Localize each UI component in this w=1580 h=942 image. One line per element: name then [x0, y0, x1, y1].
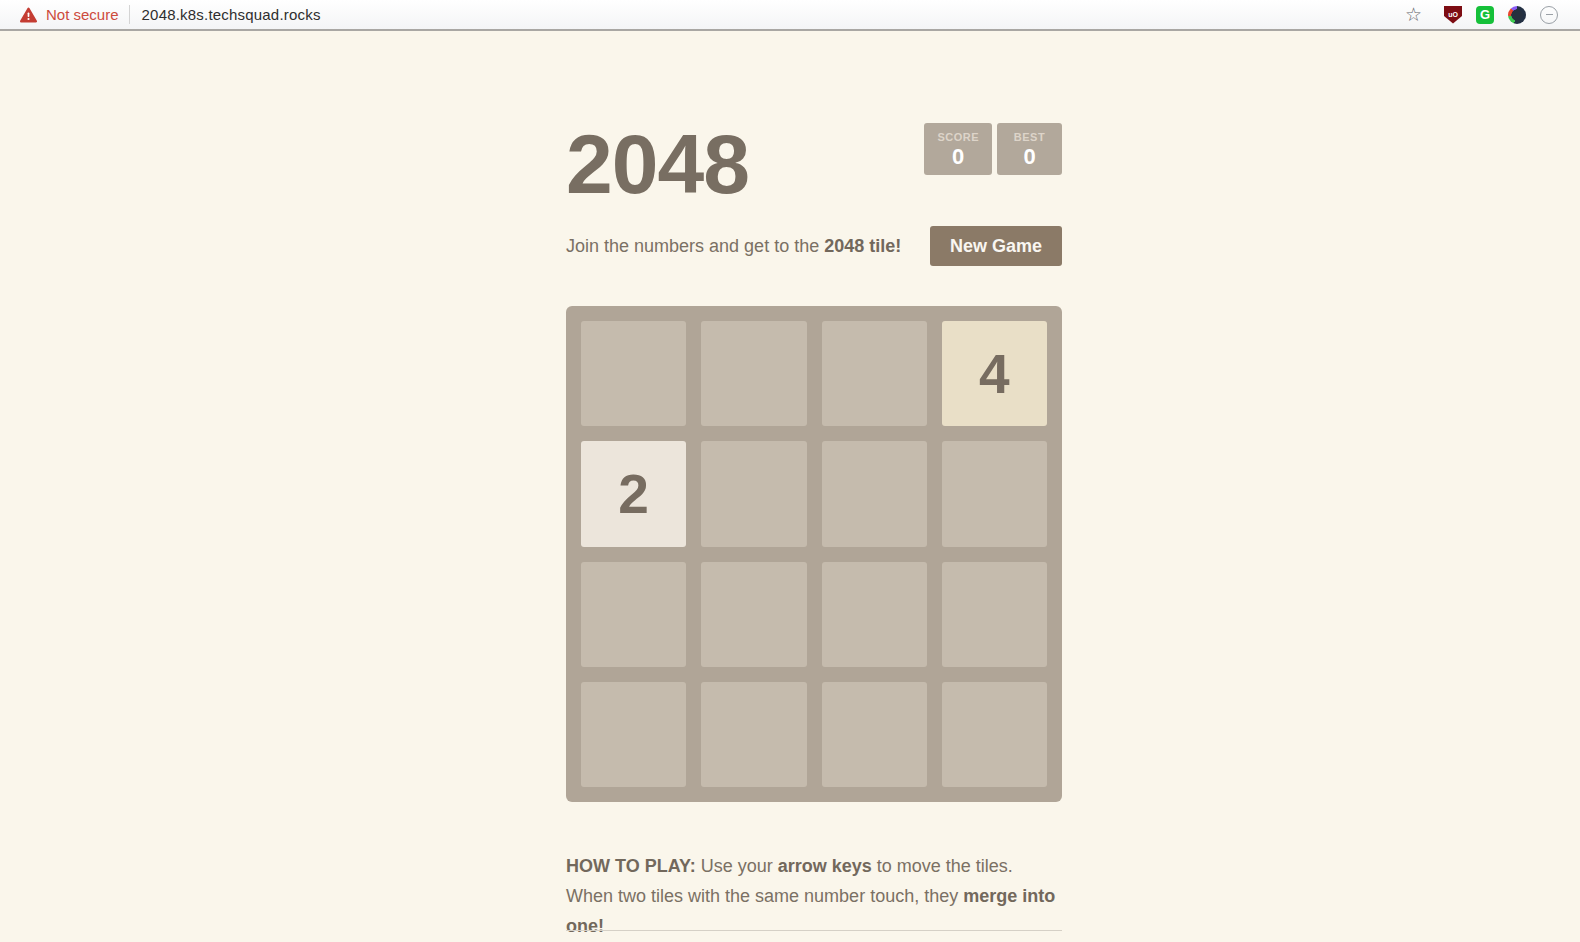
- best-box: BEST 0: [997, 123, 1062, 175]
- subtitle-text: Join the numbers and get to the: [566, 236, 824, 256]
- board-cell-r3c0: [581, 682, 686, 787]
- howto-seg-1: Use your: [696, 856, 778, 876]
- tile-2: 2: [581, 441, 686, 546]
- board-cell-r1c3: [942, 441, 1047, 546]
- page-background: 2048 SCORE 0 BEST 0 Join the numbers and…: [0, 33, 1580, 942]
- board-grid: 42: [566, 306, 1062, 802]
- new-game-button[interactable]: New Game: [930, 226, 1062, 266]
- board-cell-r2c1: [701, 562, 806, 667]
- omnibox-separator: [129, 5, 130, 24]
- board-cell-r1c1: [701, 441, 806, 546]
- url-text[interactable]: 2048.k8s.techsquad.rocks: [142, 6, 321, 23]
- board-cell-r1c2: [822, 441, 927, 546]
- grammarly-extension-icon[interactable]: G: [1476, 6, 1494, 24]
- warning-triangle-icon: [20, 7, 37, 23]
- toolbar-icons: ☆ uO G: [1405, 6, 1580, 24]
- board-cell-r0c0: [581, 321, 686, 426]
- not-secure-label[interactable]: Not secure: [46, 6, 119, 23]
- scores-container: SCORE 0 BEST 0: [924, 123, 1062, 205]
- subtitle-bold: 2048 tile!: [824, 236, 901, 256]
- page-title: 2048: [566, 123, 749, 205]
- browser-address-bar[interactable]: Not secure 2048.k8s.techsquad.rocks ☆ uO…: [0, 0, 1580, 31]
- best-value: 0: [1010, 144, 1049, 170]
- board-cell-r3c2: [822, 682, 927, 787]
- howto-bold-2: arrow keys: [778, 856, 872, 876]
- howto-bold-1: HOW TO PLAY:: [566, 856, 696, 876]
- gauge-extension-icon[interactable]: [1508, 6, 1526, 24]
- board-cell-r0c1: [701, 321, 806, 426]
- best-label: BEST: [1010, 131, 1049, 144]
- board-cell-r3c3: [942, 682, 1047, 787]
- board-cell-r2c2: [822, 562, 927, 667]
- score-label: SCORE: [937, 131, 979, 144]
- game-container: 2048 SCORE 0 BEST 0 Join the numbers and…: [566, 33, 1062, 942]
- board-cell-r0c2: [822, 321, 927, 426]
- profile-avatar-icon[interactable]: [1540, 6, 1558, 24]
- score-value: 0: [937, 144, 979, 170]
- bookmark-star-icon[interactable]: ☆: [1405, 6, 1422, 24]
- board-cell-r3c1: [701, 682, 806, 787]
- intro-row: Join the numbers and get to the 2048 til…: [566, 226, 1062, 266]
- howto-text: HOW TO PLAY: Use your arrow keys to move…: [566, 851, 1062, 941]
- board-cell-r2c0: [581, 562, 686, 667]
- board-cell-r2c3: [942, 562, 1047, 667]
- omnibox-security-section[interactable]: Not secure 2048.k8s.techsquad.rocks: [0, 5, 321, 24]
- score-box: SCORE 0: [924, 123, 992, 175]
- ublock-extension-icon[interactable]: uO: [1444, 6, 1462, 24]
- heading-row: 2048 SCORE 0 BEST 0: [566, 123, 1062, 205]
- profile-dash: [1546, 14, 1553, 16]
- tile-4: 4: [942, 321, 1047, 426]
- divider-rule: [566, 930, 1062, 931]
- subtitle: Join the numbers and get to the 2048 til…: [566, 236, 901, 257]
